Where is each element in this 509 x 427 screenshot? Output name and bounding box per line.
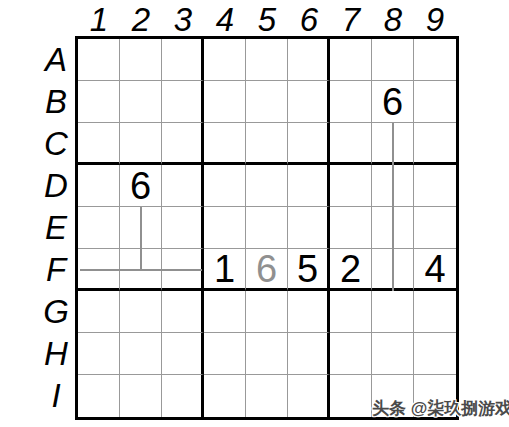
cell-C3[interactable] [162, 123, 204, 165]
col-label-8: 8 [372, 0, 414, 37]
cell-B7[interactable] [330, 81, 372, 123]
row-label-E: E [34, 207, 78, 249]
cell-G3[interactable] [162, 291, 204, 333]
cell-C1[interactable] [78, 123, 120, 165]
row-label-H: H [34, 333, 78, 375]
cell-H5[interactable] [246, 333, 288, 375]
cell-G7[interactable] [330, 291, 372, 333]
cell-B8[interactable]: 6 [372, 81, 414, 123]
cell-F7[interactable]: 2 [330, 249, 372, 291]
cell-A7[interactable] [330, 39, 372, 81]
cell-F9[interactable]: 4 [414, 249, 456, 291]
cell-D6[interactable] [288, 165, 330, 207]
annotation-line-B8-F8 [392, 123, 394, 291]
cell-D2[interactable]: 6 [120, 165, 162, 207]
cell-I6[interactable] [288, 375, 330, 417]
cell-D4[interactable] [204, 165, 246, 207]
cell-A1[interactable] [78, 39, 120, 81]
col-label-7: 7 [330, 0, 372, 37]
cell-A8[interactable] [372, 39, 414, 81]
cell-A6[interactable] [288, 39, 330, 81]
cell-H3[interactable] [162, 333, 204, 375]
cell-F5[interactable]: 6 [246, 249, 288, 291]
cell-D1[interactable] [78, 165, 120, 207]
cell-G2[interactable] [120, 291, 162, 333]
cell-G6[interactable] [288, 291, 330, 333]
cell-H4[interactable] [204, 333, 246, 375]
cell-A2[interactable] [120, 39, 162, 81]
cell-H8[interactable] [372, 333, 414, 375]
col-label-1: 1 [78, 0, 120, 37]
cell-D7[interactable] [330, 165, 372, 207]
cell-H7[interactable] [330, 333, 372, 375]
cell-G4[interactable] [204, 291, 246, 333]
cell-A4[interactable] [204, 39, 246, 81]
cell-I7[interactable] [330, 375, 372, 417]
cell-B6[interactable] [288, 81, 330, 123]
row-label-C: C [34, 123, 78, 165]
cell-G1[interactable] [78, 291, 120, 333]
col-label-5: 5 [246, 0, 288, 37]
col-label-9: 9 [414, 0, 456, 37]
cell-B2[interactable] [120, 81, 162, 123]
cell-E6[interactable] [288, 207, 330, 249]
cell-E3[interactable] [162, 207, 204, 249]
cell-C5[interactable] [246, 123, 288, 165]
row-label-B: B [34, 81, 78, 123]
cell-F4[interactable]: 1 [204, 249, 246, 291]
cell-G5[interactable] [246, 291, 288, 333]
row-label-F: F [34, 249, 78, 291]
cell-H9[interactable] [414, 333, 456, 375]
cell-E9[interactable] [414, 207, 456, 249]
cell-B9[interactable] [414, 81, 456, 123]
cell-C6[interactable] [288, 123, 330, 165]
cell-G9[interactable] [414, 291, 456, 333]
cell-C4[interactable] [204, 123, 246, 165]
cell-B4[interactable] [204, 81, 246, 123]
annotation-line-F1-F3 [80, 269, 202, 271]
column-labels: 123456789 [78, 0, 456, 37]
cell-D9[interactable] [414, 165, 456, 207]
sudoku-diagram: 123456789 ABCDEFGHI 6616524 头条 @柒玖捌游戏说 [0, 0, 509, 427]
cell-E5[interactable] [246, 207, 288, 249]
row-label-A: A [34, 39, 78, 81]
sudoku-board: 6616524 [75, 36, 459, 420]
row-label-G: G [34, 291, 78, 333]
cell-A3[interactable] [162, 39, 204, 81]
cell-A5[interactable] [246, 39, 288, 81]
cell-E4[interactable] [204, 207, 246, 249]
cell-E1[interactable] [78, 207, 120, 249]
cell-B3[interactable] [162, 81, 204, 123]
cell-C9[interactable] [414, 123, 456, 165]
cell-I1[interactable] [78, 375, 120, 417]
cell-I5[interactable] [246, 375, 288, 417]
col-label-3: 3 [162, 0, 204, 37]
row-label-I: I [34, 375, 78, 417]
cell-D5[interactable] [246, 165, 288, 207]
cell-H1[interactable] [78, 333, 120, 375]
col-label-2: 2 [120, 0, 162, 37]
row-labels: ABCDEFGHI [34, 39, 78, 417]
row-label-D: D [34, 165, 78, 207]
cell-C2[interactable] [120, 123, 162, 165]
cell-B1[interactable] [78, 81, 120, 123]
cell-D3[interactable] [162, 165, 204, 207]
cell-H2[interactable] [120, 333, 162, 375]
cell-H6[interactable] [288, 333, 330, 375]
cell-A9[interactable] [414, 39, 456, 81]
cell-I3[interactable] [162, 375, 204, 417]
cell-I4[interactable] [204, 375, 246, 417]
watermark: 头条 @柒玖捌游戏说 [372, 397, 509, 420]
cell-C7[interactable] [330, 123, 372, 165]
cell-G8[interactable] [372, 291, 414, 333]
annotation-line-D2-F2 [140, 207, 142, 271]
cell-I2[interactable] [120, 375, 162, 417]
col-label-4: 4 [204, 0, 246, 37]
col-label-6: 6 [288, 0, 330, 37]
cell-F6[interactable]: 5 [288, 249, 330, 291]
cell-B5[interactable] [246, 81, 288, 123]
cell-E7[interactable] [330, 207, 372, 249]
